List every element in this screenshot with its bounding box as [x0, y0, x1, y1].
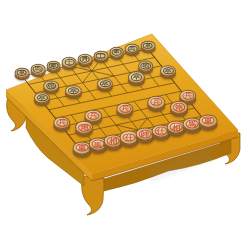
piece-red-兵[interactable]: 兵 — [53, 116, 70, 128]
piece-character: 相 — [109, 137, 117, 144]
piece-engraved-ring: 相 — [107, 136, 120, 145]
piece-black-砲[interactable]: 砲 — [43, 80, 59, 91]
piece-character: 馬 — [129, 46, 135, 51]
piece-character: 象 — [50, 63, 56, 68]
piece-engraved-ring: 馬 — [91, 140, 104, 149]
piece-black-馬[interactable]: 馬 — [125, 44, 140, 55]
piece-character: 車 — [204, 117, 212, 124]
piece-character: 車 — [19, 70, 25, 75]
piece-character: 象 — [113, 50, 119, 55]
piece-red-炮[interactable]: 炮 — [170, 101, 188, 114]
piece-character: 士 — [98, 53, 104, 58]
piece-engraved-ring: 炮 — [173, 103, 185, 111]
piece-character: 士 — [66, 60, 72, 65]
piece-black-卒[interactable]: 卒 — [97, 78, 113, 89]
piece-engraved-ring: 卒 — [131, 74, 142, 81]
xiangqi-table-photo: Chinese chess (xiangqi) set on a golden … — [0, 0, 250, 250]
piece-engraved-ring: 兵 — [182, 92, 194, 100]
piece-black-將[interactable]: 將 — [78, 54, 93, 65]
piece-engraved-ring: 兵 — [87, 112, 99, 120]
piece-character: 兵 — [153, 99, 161, 105]
pieces-layer: 車馬象士將士象馬車砲砲卒卒卒卒卒兵兵兵兵兵炮炮車馬相仕帥仕相馬車 — [0, 0, 250, 250]
piece-engraved-ring: 砲 — [46, 82, 57, 89]
piece-engraved-ring: 將 — [80, 56, 90, 63]
piece-black-車[interactable]: 車 — [15, 67, 30, 78]
piece-engraved-ring: 士 — [64, 59, 74, 66]
piece-red-兵[interactable]: 兵 — [179, 89, 196, 101]
piece-character: 砲 — [48, 83, 55, 88]
piece-engraved-ring: 相 — [170, 123, 183, 132]
piece-engraved-ring: 卒 — [162, 67, 173, 74]
piece-black-車[interactable]: 車 — [141, 40, 156, 51]
piece-character: 馬 — [94, 141, 102, 148]
piece-black-士[interactable]: 士 — [93, 50, 108, 61]
piece-character: 車 — [145, 43, 151, 48]
piece-engraved-ring: 兵 — [119, 105, 131, 113]
piece-red-炮[interactable]: 炮 — [75, 121, 93, 134]
piece-character: 卒 — [38, 95, 45, 100]
piece-character: 相 — [172, 124, 180, 131]
piece-engraved-ring: 兵 — [150, 98, 162, 106]
piece-black-馬[interactable]: 馬 — [30, 64, 45, 75]
piece-character: 仕 — [125, 134, 133, 141]
piece-character: 砲 — [142, 63, 149, 68]
piece-engraved-ring: 卒 — [99, 80, 110, 87]
piece-character: 兵 — [121, 106, 129, 112]
piece-red-車[interactable]: 車 — [199, 114, 218, 127]
piece-black-象[interactable]: 象 — [109, 47, 124, 58]
piece-black-象[interactable]: 象 — [46, 61, 61, 72]
piece-black-卒[interactable]: 卒 — [128, 72, 144, 83]
piece-red-兵[interactable]: 兵 — [116, 103, 133, 115]
piece-character: 炮 — [80, 124, 88, 130]
piece-character: 帥 — [141, 131, 149, 138]
piece-engraved-ring: 車 — [75, 143, 88, 152]
piece-black-卒[interactable]: 卒 — [65, 85, 81, 96]
piece-character: 仕 — [157, 127, 165, 134]
piece-character: 馬 — [35, 67, 41, 72]
piece-engraved-ring: 馬 — [33, 66, 43, 73]
piece-character: 卒 — [133, 75, 140, 80]
piece-engraved-ring: 卒 — [68, 87, 79, 94]
piece-engraved-ring: 車 — [143, 42, 153, 49]
piece-engraved-ring: 仕 — [154, 126, 167, 135]
piece-red-兵[interactable]: 兵 — [148, 96, 165, 108]
piece-engraved-ring: 象 — [112, 49, 122, 56]
piece-character: 炮 — [175, 104, 183, 110]
piece-black-砲[interactable]: 砲 — [138, 60, 154, 71]
piece-red-兵[interactable]: 兵 — [85, 110, 102, 122]
piece-character: 卒 — [101, 81, 108, 86]
piece-character: 兵 — [58, 120, 66, 126]
piece-character: 車 — [78, 144, 86, 151]
piece-engraved-ring: 兵 — [56, 119, 68, 127]
piece-character: 卒 — [164, 68, 171, 73]
piece-black-卒[interactable]: 卒 — [160, 65, 176, 76]
piece-engraved-ring: 帥 — [138, 130, 151, 139]
piece-engraved-ring: 仕 — [123, 133, 136, 142]
piece-engraved-ring: 炮 — [78, 123, 90, 131]
piece-character: 兵 — [184, 93, 192, 99]
piece-black-士[interactable]: 士 — [62, 57, 77, 68]
piece-engraved-ring: 馬 — [186, 120, 199, 129]
piece-engraved-ring: 卒 — [36, 94, 47, 101]
piece-engraved-ring: 車 — [201, 116, 214, 125]
piece-engraved-ring: 士 — [96, 52, 106, 59]
piece-engraved-ring: 車 — [17, 69, 27, 76]
piece-character: 馬 — [188, 121, 196, 128]
piece-engraved-ring: 象 — [49, 63, 59, 70]
piece-black-卒[interactable]: 卒 — [34, 92, 50, 103]
piece-engraved-ring: 砲 — [140, 62, 151, 69]
piece-character: 卒 — [70, 88, 77, 93]
piece-character: 兵 — [90, 113, 98, 119]
piece-engraved-ring: 馬 — [127, 46, 137, 53]
piece-character: 將 — [82, 57, 88, 62]
